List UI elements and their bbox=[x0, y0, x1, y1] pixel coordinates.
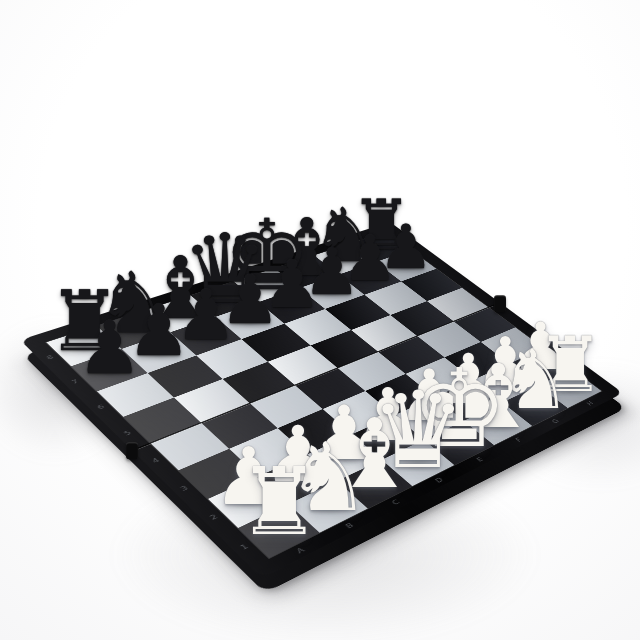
frame-rank-label-5: 5 bbox=[123, 430, 133, 436]
product-photo-stage: ABCDEFGH87654321 ♜♞♟♝♟♚♟♛♟♝♟♞♟♜♟♟♟♟♜♟♞♟♝… bbox=[0, 0, 640, 640]
frame-rank-label-6: 6 bbox=[96, 404, 106, 410]
frame-rank-label-3: 3 bbox=[179, 485, 189, 492]
piece-black-pawn-a7[interactable]: ♟ bbox=[77, 311, 143, 384]
hinge-clasp-left bbox=[126, 443, 138, 460]
piece-white-rook-a1[interactable]: ♜ bbox=[237, 456, 320, 549]
frame-rank-label-4: 4 bbox=[150, 457, 160, 464]
hinge-clasp-right bbox=[494, 295, 506, 312]
